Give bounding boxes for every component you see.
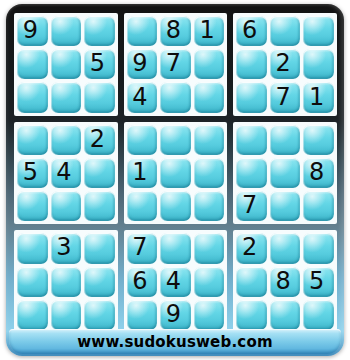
cell-r4c2[interactable] <box>51 125 82 155</box>
box-r1c3: 6271 <box>233 13 337 116</box>
cell-r9c5[interactable]: 9 <box>160 300 191 330</box>
box-r1c2: 81974 <box>124 13 228 116</box>
box-r1c1: 95 <box>14 13 118 116</box>
cell-r1c6[interactable]: 1 <box>194 16 225 46</box>
given-digit: 4 <box>132 85 147 109</box>
cell-r1c5[interactable]: 8 <box>160 16 191 46</box>
cell-r9c1[interactable] <box>17 300 48 330</box>
page: 9581974627125418737649285 www.sudokusweb… <box>0 0 350 360</box>
given-digit: 1 <box>309 85 324 109</box>
cell-r6c9[interactable] <box>303 191 334 221</box>
given-digit: 8 <box>309 160 324 184</box>
cell-r2c6[interactable] <box>194 49 225 79</box>
cell-r5c4[interactable]: 1 <box>127 158 158 188</box>
cell-r5c9[interactable]: 8 <box>303 158 334 188</box>
cell-r9c6[interactable] <box>194 300 225 330</box>
cell-r9c2[interactable] <box>51 300 82 330</box>
cell-r4c8[interactable] <box>270 125 301 155</box>
cell-r1c8[interactable] <box>270 16 301 46</box>
cell-r6c3[interactable] <box>84 191 115 221</box>
given-digit: 7 <box>166 51 181 75</box>
given-digit: 8 <box>166 18 181 42</box>
cell-r3c8[interactable]: 7 <box>270 82 301 112</box>
given-digit: 1 <box>132 160 147 184</box>
cell-r6c6[interactable] <box>194 191 225 221</box>
given-digit: 9 <box>23 18 38 42</box>
given-digit: 2 <box>90 127 105 151</box>
cell-r5c3[interactable] <box>84 158 115 188</box>
cell-r4c3[interactable]: 2 <box>84 125 115 155</box>
given-digit: 9 <box>166 302 181 326</box>
given-digit: 2 <box>242 235 257 259</box>
footer-bar: www.sudokusweb.com <box>9 329 341 354</box>
cell-r5c1[interactable]: 5 <box>17 158 48 188</box>
cell-r2c9[interactable] <box>303 49 334 79</box>
box-r2c1: 254 <box>14 122 118 225</box>
cell-r9c9[interactable] <box>303 300 334 330</box>
given-digit: 2 <box>276 51 291 75</box>
cell-r1c3[interactable] <box>84 16 115 46</box>
cell-r4c5[interactable] <box>160 125 191 155</box>
given-digit: 4 <box>56 160 71 184</box>
box-r2c3: 87 <box>233 122 337 225</box>
given-digit: 9 <box>132 51 147 75</box>
cell-r8c5[interactable]: 4 <box>160 267 191 297</box>
cell-r3c4[interactable]: 4 <box>127 82 158 112</box>
cell-r1c4[interactable] <box>127 16 158 46</box>
cell-r3c2[interactable] <box>51 82 82 112</box>
cell-r8c1[interactable] <box>17 267 48 297</box>
cell-r4c4[interactable] <box>127 125 158 155</box>
given-digit: 7 <box>242 193 257 217</box>
cell-r8c9[interactable]: 5 <box>303 267 334 297</box>
cell-r6c5[interactable] <box>160 191 191 221</box>
cell-r2c1[interactable] <box>17 49 48 79</box>
cell-r5c6[interactable] <box>194 158 225 188</box>
cell-r6c7[interactable]: 7 <box>236 191 267 221</box>
cell-r7c2[interactable]: 3 <box>51 233 82 263</box>
cell-r6c8[interactable] <box>270 191 301 221</box>
cell-r8c2[interactable] <box>51 267 82 297</box>
cell-r2c5[interactable]: 7 <box>160 49 191 79</box>
given-digit: 3 <box>56 235 71 259</box>
given-digit: 5 <box>23 160 38 184</box>
given-digit: 1 <box>199 18 214 42</box>
cell-r9c3[interactable] <box>84 300 115 330</box>
cell-r2c3[interactable]: 5 <box>84 49 115 79</box>
cell-r1c9[interactable] <box>303 16 334 46</box>
given-digit: 7 <box>132 235 147 259</box>
cell-r8c7[interactable] <box>236 267 267 297</box>
cell-r6c4[interactable] <box>127 191 158 221</box>
given-digit: 6 <box>242 18 257 42</box>
cell-r9c8[interactable] <box>270 300 301 330</box>
sudoku-board: 9581974627125418737649285 www.sudokusweb… <box>6 4 344 356</box>
cell-r5c8[interactable] <box>270 158 301 188</box>
cell-r8c4[interactable]: 6 <box>127 267 158 297</box>
cell-r2c2[interactable] <box>51 49 82 79</box>
given-digit: 5 <box>309 269 324 293</box>
cell-r8c6[interactable] <box>194 267 225 297</box>
cell-r7c8[interactable] <box>270 233 301 263</box>
box-r2c2: 1 <box>124 122 228 225</box>
cell-r7c3[interactable] <box>84 233 115 263</box>
box-r3c3: 285 <box>233 230 337 333</box>
cell-r7c6[interactable] <box>194 233 225 263</box>
cell-r5c5[interactable] <box>160 158 191 188</box>
cell-r7c5[interactable] <box>160 233 191 263</box>
cell-r1c1[interactable]: 9 <box>17 16 48 46</box>
cell-r2c8[interactable]: 2 <box>270 49 301 79</box>
box-r3c1: 3 <box>14 230 118 333</box>
cell-r4c1[interactable] <box>17 125 48 155</box>
cell-r7c4[interactable]: 7 <box>127 233 158 263</box>
cell-r3c1[interactable] <box>17 82 48 112</box>
cell-r4c6[interactable] <box>194 125 225 155</box>
cell-r3c7[interactable] <box>236 82 267 112</box>
cell-r5c2[interactable]: 4 <box>51 158 82 188</box>
cell-r4c7[interactable] <box>236 125 267 155</box>
cell-r3c6[interactable] <box>194 82 225 112</box>
given-digit: 8 <box>276 269 291 293</box>
cell-r6c2[interactable] <box>51 191 82 221</box>
cell-r9c7[interactable] <box>236 300 267 330</box>
box-r3c2: 7649 <box>124 230 228 333</box>
cell-r2c7[interactable] <box>236 49 267 79</box>
cell-r7c9[interactable] <box>303 233 334 263</box>
cell-r6c1[interactable] <box>17 191 48 221</box>
sudoku-grid: 9581974627125418737649285 <box>14 13 337 333</box>
cell-r1c7[interactable]: 6 <box>236 16 267 46</box>
cell-r1c2[interactable] <box>51 16 82 46</box>
cell-r7c7[interactable]: 2 <box>236 233 267 263</box>
cell-r8c8[interactable]: 8 <box>270 267 301 297</box>
cell-r2c4[interactable]: 9 <box>127 49 158 79</box>
given-digit: 7 <box>276 85 291 109</box>
cell-r3c9[interactable]: 1 <box>303 82 334 112</box>
cell-r7c1[interactable] <box>17 233 48 263</box>
given-digit: 4 <box>166 269 181 293</box>
cell-r9c4[interactable] <box>127 300 158 330</box>
cell-r5c7[interactable] <box>236 158 267 188</box>
given-digit: 5 <box>90 51 105 75</box>
cell-r3c3[interactable] <box>84 82 115 112</box>
cell-r4c9[interactable] <box>303 125 334 155</box>
given-digit: 6 <box>132 269 147 293</box>
cell-r8c3[interactable] <box>84 267 115 297</box>
cell-r3c5[interactable] <box>160 82 191 112</box>
site-url: www.sudokusweb.com <box>77 333 272 351</box>
